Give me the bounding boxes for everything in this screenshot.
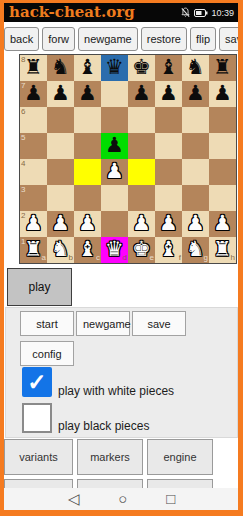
black-king[interactable]: ♚ xyxy=(128,54,155,81)
square-a4[interactable]: 4 xyxy=(20,159,47,185)
white-pawn[interactable]: ♟ xyxy=(101,158,128,185)
recent-square-icon[interactable]: □ xyxy=(166,488,175,510)
play-black-checkbox[interactable] xyxy=(22,403,52,433)
black-bishop[interactable]: ♝ xyxy=(155,54,182,81)
white-king[interactable]: ♚ xyxy=(128,236,155,263)
square-f2[interactable]: ♟ xyxy=(155,211,182,237)
square-f8[interactable]: ♝ xyxy=(155,55,182,81)
black-pawn[interactable]: ♟ xyxy=(128,80,155,107)
square-d4[interactable]: ♟ xyxy=(101,159,128,185)
square-f1[interactable]: f♝ xyxy=(155,237,182,263)
square-d2[interactable] xyxy=(101,211,128,237)
black-rook[interactable]: ♜ xyxy=(209,54,236,81)
black-pawn[interactable]: ♟ xyxy=(182,80,209,107)
square-e7[interactable]: ♟ xyxy=(128,81,155,107)
toolbar-button-newgame[interactable]: newgame xyxy=(78,27,138,51)
start-button[interactable]: start xyxy=(20,311,74,336)
white-pawn[interactable]: ♟ xyxy=(182,210,209,237)
black-queen[interactable]: ♛ xyxy=(101,54,128,81)
square-b5[interactable] xyxy=(47,133,74,159)
status-bar: hack-cheat.org 10:39 xyxy=(0,3,243,22)
white-rook[interactable]: ♜ xyxy=(209,236,236,263)
square-c2[interactable]: ♟ xyxy=(74,211,101,237)
bottom-button-row: variantsmarkersengine xyxy=(4,439,213,475)
square-b2[interactable]: ♟ xyxy=(47,211,74,237)
white-pawn[interactable]: ♟ xyxy=(209,210,236,237)
play-black-label: play black pieces xyxy=(58,419,149,433)
square-e3[interactable] xyxy=(128,185,155,211)
square-g6[interactable] xyxy=(182,107,209,133)
square-a1[interactable]: 1a♜ xyxy=(20,237,47,263)
toolbar-button-back[interactable]: back xyxy=(4,27,39,51)
watermark-text: hack-cheat.org xyxy=(9,3,135,22)
white-knight[interactable]: ♞ xyxy=(47,236,74,263)
square-h7[interactable]: ♟ xyxy=(209,81,236,107)
check-icon: ✓ xyxy=(22,367,52,397)
toolbar-button-flip[interactable]: flip xyxy=(190,27,216,51)
square-a8[interactable]: 8♜ xyxy=(20,55,47,81)
square-h8[interactable]: ♜ xyxy=(209,55,236,81)
newgame-button[interactable]: newgame xyxy=(76,311,130,336)
black-pawn[interactable]: ♟ xyxy=(74,80,101,107)
black-rook[interactable]: ♜ xyxy=(20,54,47,81)
black-pawn[interactable]: ♟ xyxy=(20,80,47,107)
toolbar: backforwnewgamerestoreflipsavexd xyxy=(4,27,238,51)
square-g2[interactable]: ♟ xyxy=(182,211,209,237)
square-f3[interactable] xyxy=(155,185,182,211)
controls-panel: start newgame save config ✓ play with wh… xyxy=(5,307,238,438)
square-f4[interactable] xyxy=(155,159,182,185)
black-knight[interactable]: ♞ xyxy=(182,54,209,81)
square-h5[interactable] xyxy=(209,133,236,159)
white-bishop[interactable]: ♝ xyxy=(155,236,182,263)
back-triangle-icon[interactable]: ◁ xyxy=(68,488,80,510)
square-g4[interactable] xyxy=(182,159,209,185)
square-a3[interactable]: 3 xyxy=(20,185,47,211)
white-pawn[interactable]: ♟ xyxy=(20,210,47,237)
chess-board: 8♜♞♝♛♚♝♞♜7♟♟♟♟♟♟♟65♟4♟32♟♟♟♟♟♟♟1a♜b♞c♝d♛… xyxy=(19,54,237,264)
notifications-muted-icon xyxy=(180,7,191,18)
square-b6[interactable] xyxy=(47,107,74,133)
save-button[interactable]: save xyxy=(132,311,186,336)
square-h6[interactable] xyxy=(209,107,236,133)
rank-label: 3 xyxy=(21,186,25,194)
square-c5[interactable] xyxy=(74,133,101,159)
variants-button[interactable]: variants xyxy=(4,439,73,475)
square-e6[interactable] xyxy=(128,107,155,133)
square-d6[interactable] xyxy=(101,107,128,133)
square-a7[interactable]: 7♟ xyxy=(20,81,47,107)
square-b4[interactable] xyxy=(47,159,74,185)
square-h3[interactable] xyxy=(209,185,236,211)
square-d8[interactable]: ♛ xyxy=(101,55,128,81)
square-e8[interactable]: ♚ xyxy=(128,55,155,81)
play-button[interactable]: play xyxy=(7,268,72,306)
black-pawn[interactable]: ♟ xyxy=(47,80,74,107)
black-pawn[interactable]: ♟ xyxy=(155,80,182,107)
square-d7[interactable] xyxy=(101,81,128,107)
rank-label: 4 xyxy=(21,160,25,168)
square-d5[interactable]: ♟ xyxy=(101,133,128,159)
rank-label: 5 xyxy=(21,134,25,142)
white-bishop[interactable]: ♝ xyxy=(74,236,101,263)
frame-border xyxy=(238,0,243,516)
square-e2[interactable]: ♟ xyxy=(128,211,155,237)
play-white-label: play with white pieces xyxy=(58,384,174,398)
rank-label: 6 xyxy=(21,108,25,116)
square-h4[interactable] xyxy=(209,159,236,185)
status-icons: 10:39 xyxy=(180,7,234,18)
frame-border xyxy=(0,0,243,3)
square-c3[interactable] xyxy=(74,185,101,211)
square-f6[interactable] xyxy=(155,107,182,133)
white-rook[interactable]: ♜ xyxy=(20,236,47,263)
square-g7[interactable]: ♟ xyxy=(182,81,209,107)
square-h2[interactable]: ♟ xyxy=(209,211,236,237)
square-g5[interactable] xyxy=(182,133,209,159)
config-button[interactable]: config xyxy=(20,341,74,366)
square-e1[interactable]: e♚ xyxy=(128,237,155,263)
white-pawn[interactable]: ♟ xyxy=(155,210,182,237)
square-g1[interactable]: g♞ xyxy=(182,237,209,263)
square-b8[interactable]: ♞ xyxy=(47,55,74,81)
home-circle-icon[interactable]: ○ xyxy=(118,488,127,510)
square-a6[interactable]: 6 xyxy=(20,107,47,133)
battery-icon xyxy=(194,8,208,18)
square-a2[interactable]: 2♟ xyxy=(20,211,47,237)
square-c1[interactable]: c♝ xyxy=(74,237,101,263)
white-pawn[interactable]: ♟ xyxy=(47,210,74,237)
android-nav-bar: ◁○□ xyxy=(0,488,243,510)
toolbar-button-forw[interactable]: forw xyxy=(42,27,75,51)
markers-button[interactable]: markers xyxy=(77,439,143,475)
play-white-checkbox[interactable]: ✓ xyxy=(22,367,52,397)
white-pawn[interactable]: ♟ xyxy=(128,210,155,237)
white-knight[interactable]: ♞ xyxy=(182,236,209,263)
square-e4[interactable] xyxy=(128,159,155,185)
square-e5[interactable] xyxy=(128,133,155,159)
square-f7[interactable]: ♟ xyxy=(155,81,182,107)
square-c7[interactable]: ♟ xyxy=(74,81,101,107)
square-c8[interactable]: ♝ xyxy=(74,55,101,81)
square-b1[interactable]: b♞ xyxy=(47,237,74,263)
screenshot-root: hack-cheat.org 10:39 backforwnewgamerest… xyxy=(0,0,243,516)
square-f5[interactable] xyxy=(155,133,182,159)
black-knight[interactable]: ♞ xyxy=(47,54,74,81)
white-queen[interactable]: ♛ xyxy=(101,236,128,263)
white-pawn[interactable]: ♟ xyxy=(74,210,101,237)
square-d3[interactable] xyxy=(101,185,128,211)
toolbar-button-restore[interactable]: restore xyxy=(141,27,187,51)
square-d1[interactable]: d♛ xyxy=(101,237,128,263)
square-a5[interactable]: 5 xyxy=(20,133,47,159)
black-pawn[interactable]: ♟ xyxy=(209,80,236,107)
square-h1[interactable]: h♜ xyxy=(209,237,236,263)
square-c4[interactable] xyxy=(74,159,101,185)
square-g8[interactable]: ♞ xyxy=(182,55,209,81)
square-g3[interactable] xyxy=(182,185,209,211)
frame-border xyxy=(0,510,243,516)
square-b3[interactable] xyxy=(47,185,74,211)
black-pawn[interactable]: ♟ xyxy=(101,132,128,159)
engine-button[interactable]: engine xyxy=(147,439,213,475)
square-b7[interactable]: ♟ xyxy=(47,81,74,107)
black-bishop[interactable]: ♝ xyxy=(74,54,101,81)
square-c6[interactable] xyxy=(74,107,101,133)
frame-border xyxy=(0,0,4,516)
status-time: 10:39 xyxy=(211,8,234,18)
